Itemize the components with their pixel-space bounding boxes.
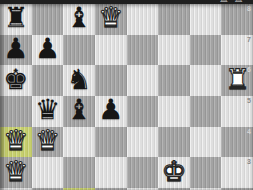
square-e2[interactable] <box>127 188 159 190</box>
square-h6[interactable]: ♜6 <box>221 65 253 96</box>
square-b7[interactable]: ♟ <box>32 35 64 66</box>
square-h4[interactable]: 4 <box>221 127 253 158</box>
white-queen-a3[interactable]: ♛ <box>3 157 28 187</box>
square-a7[interactable]: ♟ <box>0 35 32 66</box>
rank-label-8: 8 <box>247 5 251 12</box>
square-c6[interactable]: ♞ <box>63 65 95 96</box>
square-e3[interactable] <box>127 157 159 188</box>
square-c4[interactable] <box>63 127 95 158</box>
square-d8[interactable]: ♛ <box>95 4 127 35</box>
square-d5[interactable]: ♟ <box>95 96 127 127</box>
square-g5[interactable] <box>190 96 222 127</box>
square-f8[interactable] <box>158 4 190 35</box>
square-d2[interactable] <box>95 188 127 190</box>
square-e6[interactable] <box>127 65 159 96</box>
square-b8[interactable] <box>32 4 64 35</box>
square-b4[interactable]: ♛ <box>32 127 64 158</box>
square-e7[interactable] <box>127 35 159 66</box>
white-queen-d8[interactable]: ♛ <box>98 4 123 33</box>
square-h2[interactable] <box>221 188 253 190</box>
square-f4[interactable] <box>158 127 190 158</box>
square-c7[interactable] <box>63 35 95 66</box>
square-a5[interactable] <box>0 96 32 127</box>
chess-app-window: ♜♜ ♜♝♛8♟♟7♚♞♜6♛♝♟5♛♛4♛♚3 <box>0 0 253 190</box>
rank-label-5: 5 <box>247 97 251 104</box>
white-rook-h6[interactable]: ♜ <box>225 65 250 95</box>
square-d3[interactable] <box>95 157 127 188</box>
square-d6[interactable] <box>95 65 127 96</box>
square-e4[interactable] <box>127 127 159 158</box>
square-c2[interactable] <box>63 188 95 190</box>
white-queen-a4[interactable]: ♛ <box>3 126 28 156</box>
white-king-f3[interactable]: ♚ <box>161 157 186 187</box>
black-queen-b5[interactable]: ♛ <box>35 95 60 125</box>
white-queen-b4[interactable]: ♛ <box>35 126 60 156</box>
square-f7[interactable] <box>158 35 190 66</box>
square-g3[interactable] <box>190 157 222 188</box>
black-pawn-b7[interactable]: ♟ <box>35 34 60 64</box>
square-c8[interactable]: ♝ <box>63 4 95 35</box>
black-bishop-c5[interactable]: ♝ <box>67 95 92 125</box>
black-king-a6[interactable]: ♚ <box>3 65 28 95</box>
square-h7[interactable]: 7 <box>221 35 253 66</box>
chess-board: ♜♝♛8♟♟7♚♞♜6♛♝♟5♛♛4♛♚3 <box>0 4 253 190</box>
square-c5[interactable]: ♝ <box>63 96 95 127</box>
black-pawn-d5[interactable]: ♟ <box>98 95 123 125</box>
square-e5[interactable] <box>127 96 159 127</box>
square-h5[interactable]: 5 <box>221 96 253 127</box>
square-h8[interactable]: 8 <box>221 4 253 35</box>
square-a2[interactable] <box>0 188 32 190</box>
square-d4[interactable] <box>95 127 127 158</box>
square-a8[interactable]: ♜ <box>0 4 32 35</box>
square-a6[interactable]: ♚ <box>0 65 32 96</box>
square-g2[interactable] <box>190 188 222 190</box>
square-b2[interactable] <box>32 188 64 190</box>
rank-label-7: 7 <box>247 36 251 43</box>
square-f3[interactable]: ♚ <box>158 157 190 188</box>
square-d7[interactable] <box>95 35 127 66</box>
square-g4[interactable] <box>190 127 222 158</box>
square-f6[interactable] <box>158 65 190 96</box>
square-f2[interactable] <box>158 188 190 190</box>
square-f5[interactable] <box>158 96 190 127</box>
square-a4[interactable]: ♛ <box>0 127 32 158</box>
black-rook-a8[interactable]: ♜ <box>3 4 28 33</box>
rank-label-4: 4 <box>247 128 251 135</box>
black-knight-c6[interactable]: ♞ <box>67 65 92 95</box>
black-bishop-c8[interactable]: ♝ <box>67 4 92 33</box>
square-g7[interactable] <box>190 35 222 66</box>
square-b5[interactable]: ♛ <box>32 96 64 127</box>
black-pawn-a7[interactable]: ♟ <box>3 34 28 64</box>
square-c3[interactable] <box>63 157 95 188</box>
square-a3[interactable]: ♛ <box>0 157 32 188</box>
square-g6[interactable] <box>190 65 222 96</box>
rank-label-3: 3 <box>247 158 251 165</box>
square-b6[interactable] <box>32 65 64 96</box>
square-h3[interactable]: 3 <box>221 157 253 188</box>
square-g8[interactable] <box>190 4 222 35</box>
square-b3[interactable] <box>32 157 64 188</box>
rank-label-6: 6 <box>247 66 251 73</box>
square-e8[interactable] <box>127 4 159 35</box>
